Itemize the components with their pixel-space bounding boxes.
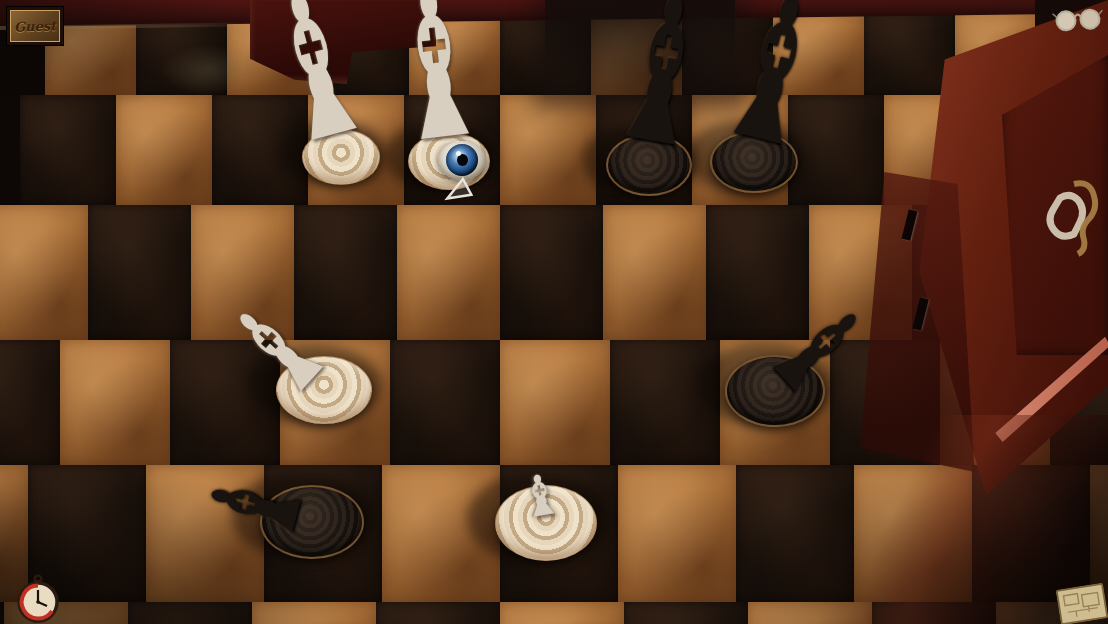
square-r3c0[interactable]	[88, 205, 191, 340]
black-bishop-1-base[interactable]	[606, 134, 692, 196]
square-r3c6[interactable]	[706, 205, 809, 340]
guest-plaque-button[interactable]: Guest	[6, 6, 64, 46]
square-r6c5[interactable]	[624, 602, 748, 624]
square-r1c7[interactable]	[773, 10, 864, 95]
square-r3c2[interactable]	[294, 205, 397, 340]
square-r4c4[interactable]	[500, 340, 610, 465]
black-bishop-3-base[interactable]	[725, 355, 825, 427]
square-r3c5[interactable]	[603, 205, 706, 340]
white-bishop-1-base[interactable]	[302, 129, 380, 185]
square-r2c7[interactable]	[788, 95, 884, 205]
square-r3c3[interactable]	[397, 205, 500, 340]
black-bishop-2-base[interactable]	[710, 131, 798, 193]
square-r6c2[interactable]	[252, 602, 376, 624]
eye-cursor-glint	[456, 151, 461, 156]
square-r4c0[interactable]	[60, 340, 170, 465]
guest-plaque-label: Guest	[14, 18, 57, 34]
window-reflection	[160, 45, 255, 95]
hint-glasses-button[interactable]	[1050, 5, 1106, 35]
square-r3c1[interactable]	[191, 205, 294, 340]
square-r3c4[interactable]	[500, 205, 603, 340]
house-map-button[interactable]	[1055, 582, 1108, 624]
square-r3c-1[interactable]	[0, 205, 88, 340]
square-r4c-1[interactable]	[0, 340, 60, 465]
square-r6c1[interactable]	[128, 602, 252, 624]
game-screen: ♝♝♝♝♝♝♝♝ Guest	[0, 0, 1108, 624]
white-bishop-4-base[interactable]	[495, 485, 597, 561]
square-r6c4[interactable]	[500, 602, 624, 624]
square-r2c4[interactable]	[500, 95, 596, 205]
black-bishop-4-base[interactable]	[260, 485, 364, 559]
pocket-watch-button[interactable]	[12, 570, 64, 624]
cabinet-handle	[1040, 170, 1104, 260]
shadow-slab	[545, 0, 735, 98]
square-r2c-1[interactable]	[20, 95, 116, 205]
square-r1c8[interactable]	[864, 10, 955, 95]
white-bishop-3-base[interactable]	[276, 356, 372, 424]
square-r5c5[interactable]	[618, 465, 736, 602]
guest-plaque-frame: Guest	[10, 10, 60, 42]
cursor-arrow-icon	[441, 171, 482, 209]
square-r4c3[interactable]	[390, 340, 500, 465]
square-r2c0[interactable]	[116, 95, 212, 205]
square-r6c3[interactable]	[376, 602, 500, 624]
